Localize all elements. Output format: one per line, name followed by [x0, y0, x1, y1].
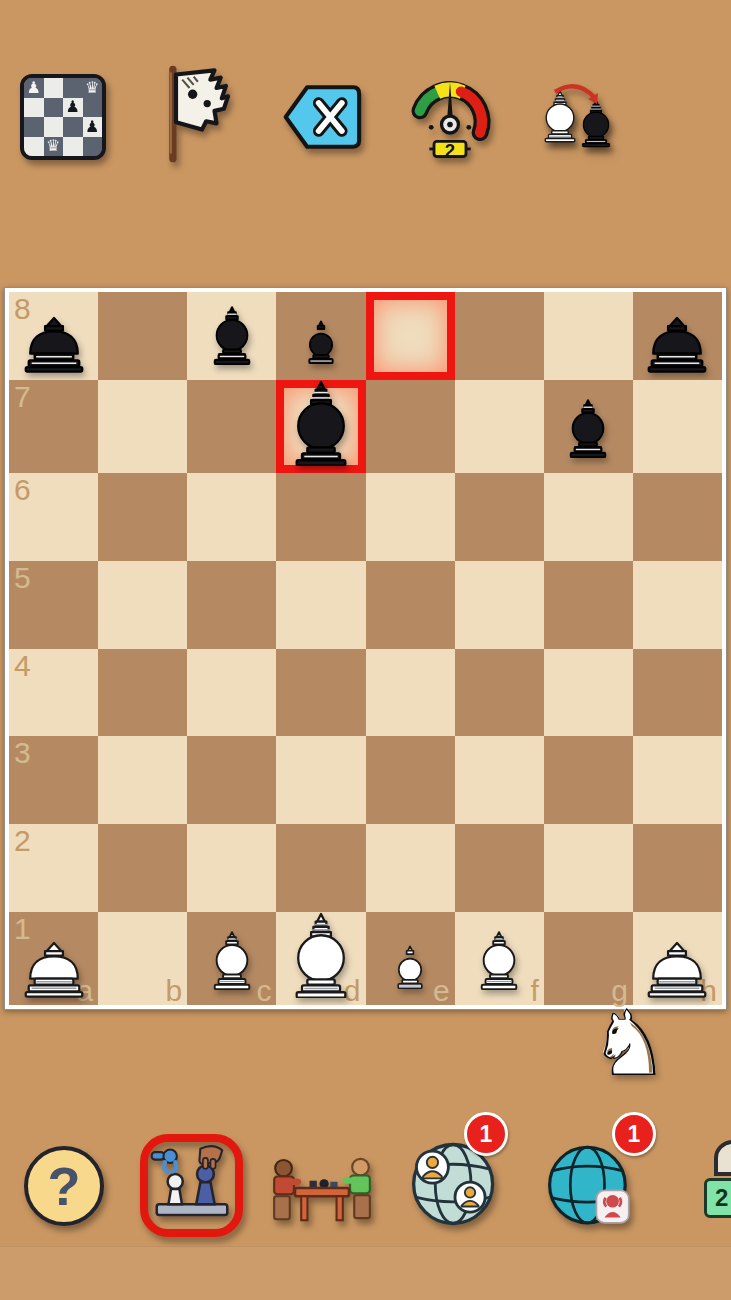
miniboard-piece-glyph: ♛ [83, 78, 103, 98]
square-g5[interactable] [544, 561, 633, 649]
square-c6[interactable] [187, 473, 276, 561]
two-players-table-icon [270, 1218, 374, 1233]
piece-white-khon-bishop[interactable] [467, 924, 531, 1005]
rank-label-3: 3 [14, 736, 31, 771]
square-b8[interactable] [98, 292, 187, 380]
square-f5[interactable] [455, 561, 544, 649]
mini-chessboard-icon: ♟♛♟♟♛ [20, 74, 106, 160]
level-tag-icon[interactable]: 2 [704, 1178, 731, 1218]
gauge-icon: 2 [402, 70, 498, 164]
square-d2[interactable] [276, 824, 365, 912]
difficulty-button[interactable]: 2 [402, 70, 498, 167]
square-h6[interactable] [633, 473, 722, 561]
board-grid: 8 7 6♞♘5♞♘♞♘4321a bc d e f [9, 292, 722, 1005]
cutoff-icon[interactable] [714, 1140, 731, 1176]
piece-white-khun-king[interactable] [283, 912, 359, 1005]
square-d3[interactable] [276, 736, 365, 824]
square-g3[interactable] [544, 736, 633, 824]
square-h8[interactable] [633, 292, 722, 380]
square-d4[interactable] [276, 649, 365, 737]
square-f7[interactable] [455, 380, 544, 473]
square-a8[interactable]: 8 [9, 292, 98, 380]
square-a2[interactable]: 2 [9, 824, 98, 912]
square-f8[interactable] [455, 292, 544, 380]
square-g6[interactable] [544, 473, 633, 561]
square-g7[interactable] [544, 380, 633, 473]
square-b6[interactable] [98, 473, 187, 561]
square-d1[interactable]: d [276, 912, 365, 1005]
square-a7[interactable]: 7 [9, 380, 98, 473]
file-label-b: b [166, 974, 183, 1008]
square-h4[interactable] [633, 649, 722, 737]
miniboard-cell [63, 78, 83, 98]
square-h1[interactable]: h [633, 912, 722, 1005]
piece-black-khon-bishop[interactable] [556, 392, 620, 473]
board: 8 7 6♞♘5♞♘♞♘4321a bc d e f [4, 287, 727, 1010]
square-h7[interactable] [633, 380, 722, 473]
miniboard-cell [63, 137, 83, 157]
online-server-badge: 1 [612, 1112, 656, 1156]
back-x-arrow-icon [280, 138, 364, 153]
miniboard-piece-glyph: ♟ [24, 78, 44, 98]
square-f2[interactable] [455, 824, 544, 912]
resign-button[interactable] [150, 62, 254, 169]
globe-people-icon [408, 1218, 502, 1233]
square-d5[interactable]: ♞♘ [276, 561, 365, 649]
square-d7[interactable] [276, 380, 365, 473]
white-flag-icon [150, 154, 254, 169]
square-b4[interactable] [98, 649, 187, 737]
square-f6[interactable] [455, 473, 544, 561]
miniboard-cell [63, 117, 83, 137]
square-c1[interactable]: c [187, 912, 276, 1005]
square-c3[interactable] [187, 736, 276, 824]
square-e7[interactable] [366, 380, 455, 473]
square-e5[interactable]: ♞♘ [366, 561, 455, 649]
piece-black-khun-king[interactable] [283, 380, 359, 473]
square-e6[interactable] [366, 473, 455, 561]
rank-label-6: 6 [14, 473, 31, 508]
piece-black-rook-boat[interactable] [638, 315, 716, 380]
rank-label-2: 2 [14, 824, 31, 859]
square-b7[interactable] [98, 380, 187, 473]
square-d6[interactable]: ♞♘ [276, 473, 365, 561]
square-e1[interactable]: e [366, 912, 455, 1005]
piece-black-met-queen[interactable] [293, 311, 349, 380]
miniboard-cell [44, 98, 64, 118]
square-h2[interactable] [633, 824, 722, 912]
online-friends-badge: 1 [464, 1112, 508, 1156]
square-e8[interactable] [366, 292, 455, 380]
board-setup-button[interactable]: ♟♛♟♟♛ [20, 74, 106, 160]
piece-white-khon-bishop[interactable] [200, 924, 264, 1005]
globe-app-icon [546, 1218, 636, 1233]
square-a4[interactable]: 4 [9, 649, 98, 737]
square-c2[interactable] [187, 824, 276, 912]
square-c7[interactable] [187, 380, 276, 473]
square-g4[interactable] [544, 649, 633, 737]
human-vs-computer-icon [150, 1142, 234, 1229]
square-c8[interactable] [187, 292, 276, 380]
miniboard-cell [44, 117, 64, 137]
square-c5[interactable] [187, 561, 276, 649]
level-tag-number: 2 [715, 1184, 728, 1212]
square-a3[interactable]: 3 [9, 736, 98, 824]
undo-move-button[interactable] [280, 84, 364, 153]
miniboard-piece-glyph: ♟ [63, 98, 83, 118]
miniboard-cell [24, 117, 44, 137]
piece-black-rook-boat[interactable] [15, 315, 93, 380]
square-f3[interactable] [455, 736, 544, 824]
square-a5[interactable]: 5 [9, 561, 98, 649]
rank-label-7: 7 [14, 380, 31, 415]
square-f4[interactable] [455, 649, 544, 737]
square-a6[interactable]: 6 [9, 473, 98, 561]
square-c4[interactable] [187, 649, 276, 737]
miniboard-piece-glyph: ♟ [83, 117, 103, 137]
square-g8[interactable] [544, 292, 633, 380]
square-a1[interactable]: 1a [9, 912, 98, 1005]
rank-label-5: 5 [14, 561, 31, 596]
square-b3[interactable] [98, 736, 187, 824]
play-vs-computer-button[interactable] [140, 1134, 243, 1237]
app-screen: ♟♛♟♟♛ [0, 0, 731, 1300]
square-g2[interactable] [544, 824, 633, 912]
square-b5[interactable] [98, 561, 187, 649]
difficulty-level-badge: 2 [402, 140, 498, 162]
piece-white-rook-boat[interactable] [15, 940, 93, 1005]
square-f1[interactable]: f [455, 912, 544, 1005]
square-d8[interactable] [276, 292, 365, 380]
miniboard-cell [24, 137, 44, 157]
square-e3[interactable] [366, 736, 455, 824]
square-e2[interactable] [366, 824, 455, 912]
play-local-two-players-button[interactable] [270, 1146, 374, 1233]
square-b2[interactable] [98, 824, 187, 912]
question-mark-icon: ? [24, 1146, 104, 1226]
piece-white-rook-boat[interactable] [638, 940, 716, 1005]
bottom-band [0, 1246, 731, 1300]
play-online-server-button[interactable] [546, 1140, 636, 1233]
miniboard-cell [83, 98, 103, 118]
piece-black-khon-bishop[interactable] [200, 299, 264, 380]
square-e4[interactable] [366, 649, 455, 737]
help-button[interactable]: ? [24, 1146, 104, 1226]
miniboard-cell [83, 137, 103, 157]
miniboard-piece-glyph: ♛ [44, 137, 64, 157]
square-b1[interactable]: b [98, 912, 187, 1005]
square-h3[interactable] [633, 736, 722, 824]
miniboard-cell [24, 98, 44, 118]
file-label-f: f [530, 974, 538, 1008]
miniboard-cell [44, 78, 64, 98]
piece-white-met-queen[interactable] [382, 936, 438, 1005]
rank-label-4: 4 [14, 649, 31, 684]
square-h5[interactable] [633, 561, 722, 649]
square-g1[interactable]: g♞♘ [544, 912, 633, 1005]
